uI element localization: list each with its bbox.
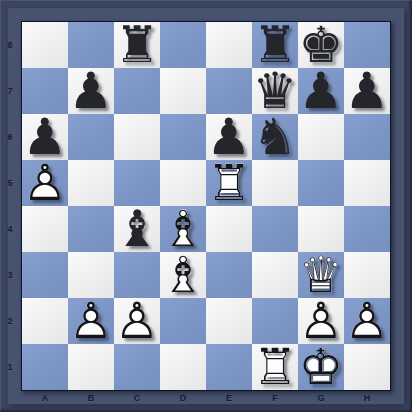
square-b2[interactable]: ♟♙ xyxy=(68,298,114,344)
square-b4[interactable] xyxy=(68,206,114,252)
white-pawn-outline: ♙ xyxy=(22,160,68,206)
square-f6[interactable]: ♞ xyxy=(252,114,298,160)
square-a4[interactable] xyxy=(22,206,68,252)
white-pawn-outline: ♙ xyxy=(344,298,390,344)
black-pawn-glyph: ♟ xyxy=(344,68,390,114)
white-pawn: ♟♙ xyxy=(68,298,114,344)
square-f1[interactable]: ♜♖ xyxy=(252,344,298,390)
black-pawn-glyph: ♟ xyxy=(298,68,344,114)
square-b1[interactable] xyxy=(68,344,114,390)
square-g6[interactable] xyxy=(298,114,344,160)
square-a1[interactable] xyxy=(22,344,68,390)
black-rook-glyph: ♜ xyxy=(114,22,160,68)
square-e5[interactable]: ♜♖ xyxy=(206,160,252,206)
rank-label-3: 3 xyxy=(0,252,20,298)
white-king: ♚♔ xyxy=(298,344,344,390)
square-h7[interactable]: ♟ xyxy=(344,68,390,114)
white-king-outline: ♔ xyxy=(298,344,344,390)
file-label-a: A xyxy=(22,391,68,404)
white-rook-outline: ♖ xyxy=(252,344,298,390)
square-f3[interactable] xyxy=(252,252,298,298)
white-rook: ♜♖ xyxy=(252,344,298,390)
square-e4[interactable] xyxy=(206,206,252,252)
square-c2[interactable]: ♟♙ xyxy=(114,298,160,344)
square-b6[interactable] xyxy=(68,114,114,160)
rank-labels: 87654321 xyxy=(0,22,20,390)
black-pawn: ♟ xyxy=(298,68,344,114)
file-label-e: E xyxy=(206,391,252,404)
square-f4[interactable] xyxy=(252,206,298,252)
square-a2[interactable] xyxy=(22,298,68,344)
square-d8[interactable] xyxy=(160,22,206,68)
black-rook: ♜ xyxy=(114,22,160,68)
square-c1[interactable] xyxy=(114,344,160,390)
white-pawn: ♟♙ xyxy=(22,160,68,206)
rank-label-5: 5 xyxy=(0,160,20,206)
square-a8[interactable] xyxy=(22,22,68,68)
square-c4[interactable]: ♝ xyxy=(114,206,160,252)
rank-label-7: 7 xyxy=(0,68,20,114)
square-g7[interactable]: ♟ xyxy=(298,68,344,114)
square-d1[interactable] xyxy=(160,344,206,390)
square-a3[interactable] xyxy=(22,252,68,298)
square-d2[interactable] xyxy=(160,298,206,344)
square-e1[interactable] xyxy=(206,344,252,390)
white-pawn: ♟♙ xyxy=(114,298,160,344)
chess-board: ♜♜♚♟♛♟♟♟♟♞♟♙♜♖♝♝♗♝♗♛♕♟♙♟♙♟♙♟♙♜♖♚♔ xyxy=(21,21,391,391)
file-label-c: C xyxy=(114,391,160,404)
square-h6[interactable] xyxy=(344,114,390,160)
rank-label-2: 2 xyxy=(0,298,20,344)
black-pawn: ♟ xyxy=(344,68,390,114)
square-c6[interactable] xyxy=(114,114,160,160)
black-knight: ♞ xyxy=(252,114,298,160)
square-b5[interactable] xyxy=(68,160,114,206)
square-d3[interactable]: ♝♗ xyxy=(160,252,206,298)
square-h5[interactable] xyxy=(344,160,390,206)
white-rook: ♜♖ xyxy=(206,160,252,206)
square-d6[interactable] xyxy=(160,114,206,160)
white-bishop-outline: ♗ xyxy=(160,252,206,298)
white-pawn: ♟♙ xyxy=(344,298,390,344)
square-e2[interactable] xyxy=(206,298,252,344)
black-bishop-glyph: ♝ xyxy=(114,206,160,252)
square-c7[interactable] xyxy=(114,68,160,114)
square-b7[interactable]: ♟ xyxy=(68,68,114,114)
white-bishop: ♝♗ xyxy=(160,252,206,298)
white-pawn-outline: ♙ xyxy=(114,298,160,344)
black-pawn-glyph: ♟ xyxy=(68,68,114,114)
black-knight-glyph: ♞ xyxy=(252,114,298,160)
white-rook-outline: ♖ xyxy=(206,160,252,206)
square-h2[interactable]: ♟♙ xyxy=(344,298,390,344)
square-e8[interactable] xyxy=(206,22,252,68)
file-label-d: D xyxy=(160,391,206,404)
square-d7[interactable] xyxy=(160,68,206,114)
white-pawn-outline: ♙ xyxy=(68,298,114,344)
square-a5[interactable]: ♟♙ xyxy=(22,160,68,206)
rank-label-8: 8 xyxy=(0,22,20,68)
chess-board-frame: 87654321 ABCDEFGH ♜♜♚♟♛♟♟♟♟♞♟♙♜♖♝♝♗♝♗♛♕♟… xyxy=(0,0,412,412)
square-c8[interactable]: ♜ xyxy=(114,22,160,68)
rank-label-6: 6 xyxy=(0,114,20,160)
rank-label-1: 1 xyxy=(0,344,20,390)
square-f5[interactable] xyxy=(252,160,298,206)
square-e3[interactable] xyxy=(206,252,252,298)
file-label-b: B xyxy=(68,391,114,404)
file-label-h: H xyxy=(344,391,390,404)
black-pawn: ♟ xyxy=(68,68,114,114)
rank-label-4: 4 xyxy=(0,206,20,252)
square-g5[interactable] xyxy=(298,160,344,206)
square-h4[interactable] xyxy=(344,206,390,252)
black-bishop: ♝ xyxy=(114,206,160,252)
square-h1[interactable] xyxy=(344,344,390,390)
square-g1[interactable]: ♚♔ xyxy=(298,344,344,390)
